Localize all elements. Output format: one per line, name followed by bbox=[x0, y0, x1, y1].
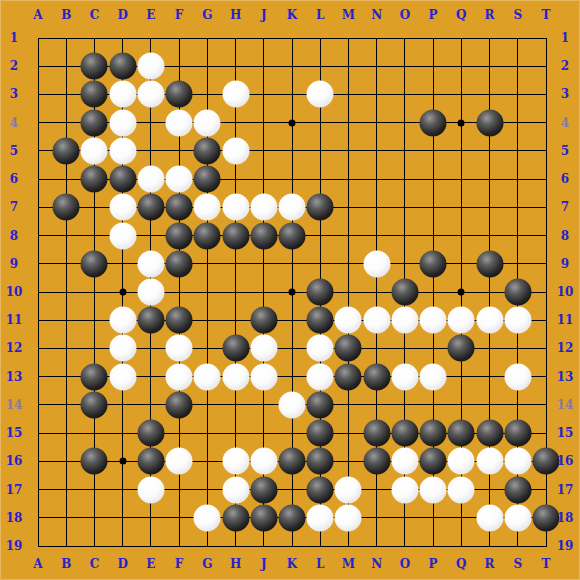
black-stone bbox=[81, 448, 108, 475]
white-stone bbox=[476, 448, 503, 475]
column-label-top: K bbox=[287, 9, 297, 21]
column-label-top: T bbox=[542, 9, 551, 21]
black-stone bbox=[391, 420, 418, 447]
column-label-top: P bbox=[429, 9, 438, 21]
star-point bbox=[458, 119, 465, 126]
column-label-bottom: S bbox=[513, 558, 522, 570]
black-stone bbox=[166, 222, 193, 249]
black-stone bbox=[391, 279, 418, 306]
column-label-bottom: H bbox=[230, 558, 241, 570]
row-label-left: 11 bbox=[6, 314, 23, 326]
column-label-bottom: R bbox=[485, 558, 495, 570]
black-stone bbox=[53, 194, 80, 221]
black-stone bbox=[222, 222, 249, 249]
black-stone bbox=[448, 335, 475, 362]
black-stone bbox=[81, 109, 108, 136]
star-point bbox=[289, 289, 296, 296]
white-stone bbox=[109, 137, 136, 164]
column-label-top: B bbox=[61, 9, 71, 21]
white-stone bbox=[420, 476, 447, 503]
column-label-top: G bbox=[202, 9, 212, 21]
row-label-right: 12 bbox=[557, 342, 574, 354]
black-stone bbox=[166, 81, 193, 108]
row-label-right: 6 bbox=[561, 173, 569, 185]
white-stone bbox=[391, 476, 418, 503]
grid-line-horizontal bbox=[38, 546, 547, 547]
white-stone bbox=[363, 307, 390, 334]
white-stone bbox=[250, 335, 277, 362]
black-stone bbox=[194, 166, 221, 193]
black-stone bbox=[222, 504, 249, 531]
black-stone bbox=[420, 420, 447, 447]
white-stone bbox=[504, 363, 531, 390]
column-label-bottom: T bbox=[542, 558, 551, 570]
white-stone bbox=[504, 504, 531, 531]
white-stone bbox=[307, 81, 334, 108]
row-label-left: 18 bbox=[6, 512, 23, 524]
black-stone bbox=[194, 222, 221, 249]
black-stone bbox=[250, 504, 277, 531]
black-stone bbox=[166, 391, 193, 418]
white-stone bbox=[137, 53, 164, 80]
black-stone bbox=[222, 335, 249, 362]
white-stone bbox=[137, 250, 164, 277]
white-stone bbox=[109, 222, 136, 249]
black-stone bbox=[504, 476, 531, 503]
white-stone bbox=[137, 279, 164, 306]
black-stone bbox=[109, 53, 136, 80]
white-stone bbox=[335, 307, 362, 334]
grid-line-vertical bbox=[348, 38, 349, 547]
row-label-right: 16 bbox=[557, 455, 574, 467]
black-stone bbox=[307, 420, 334, 447]
black-stone bbox=[166, 250, 193, 277]
white-stone bbox=[250, 194, 277, 221]
row-label-right: 15 bbox=[557, 427, 574, 439]
row-label-right: 9 bbox=[561, 258, 569, 270]
black-stone bbox=[363, 420, 390, 447]
white-stone bbox=[250, 363, 277, 390]
row-label-right: 7 bbox=[561, 201, 569, 213]
white-stone bbox=[166, 448, 193, 475]
black-stone bbox=[363, 448, 390, 475]
black-stone bbox=[504, 279, 531, 306]
black-stone bbox=[53, 137, 80, 164]
column-label-bottom: N bbox=[371, 558, 382, 570]
column-label-top: E bbox=[146, 9, 155, 21]
white-stone bbox=[504, 307, 531, 334]
black-stone bbox=[476, 420, 503, 447]
white-stone bbox=[420, 307, 447, 334]
column-label-bottom: G bbox=[202, 558, 212, 570]
white-stone bbox=[448, 307, 475, 334]
star-point bbox=[458, 289, 465, 296]
row-label-right: 11 bbox=[557, 314, 574, 326]
black-stone bbox=[307, 279, 334, 306]
black-stone bbox=[335, 363, 362, 390]
white-stone bbox=[476, 307, 503, 334]
column-label-bottom: M bbox=[342, 558, 355, 570]
white-stone bbox=[420, 363, 447, 390]
black-stone bbox=[81, 363, 108, 390]
black-stone bbox=[533, 448, 560, 475]
row-label-left: 10 bbox=[6, 286, 23, 298]
white-stone bbox=[448, 476, 475, 503]
star-point bbox=[119, 458, 126, 465]
black-stone bbox=[476, 250, 503, 277]
white-stone bbox=[137, 166, 164, 193]
white-stone bbox=[194, 363, 221, 390]
row-label-right: 1 bbox=[561, 32, 569, 44]
star-point bbox=[119, 289, 126, 296]
black-stone bbox=[250, 307, 277, 334]
row-label-right: 3 bbox=[561, 88, 569, 100]
black-stone bbox=[279, 504, 306, 531]
black-stone bbox=[81, 166, 108, 193]
column-label-top: J bbox=[261, 9, 267, 21]
black-stone bbox=[137, 194, 164, 221]
white-stone bbox=[391, 363, 418, 390]
black-stone bbox=[81, 250, 108, 277]
row-label-right: 4 bbox=[561, 117, 569, 129]
black-stone bbox=[166, 307, 193, 334]
white-stone bbox=[307, 363, 334, 390]
white-stone bbox=[194, 504, 221, 531]
black-stone bbox=[420, 109, 447, 136]
go-app: AABBCCDDEEFFGGHHJJKKLLMMNNOOPPQQRRSSTT11… bbox=[0, 0, 580, 580]
white-stone bbox=[222, 137, 249, 164]
row-label-left: 6 bbox=[10, 173, 18, 185]
white-stone bbox=[222, 363, 249, 390]
white-stone bbox=[448, 448, 475, 475]
row-label-right: 2 bbox=[561, 60, 569, 72]
white-stone bbox=[307, 335, 334, 362]
white-stone bbox=[504, 448, 531, 475]
row-label-right: 17 bbox=[557, 484, 574, 496]
white-stone bbox=[81, 137, 108, 164]
row-label-left: 4 bbox=[10, 117, 18, 129]
column-label-bottom: Q bbox=[456, 558, 466, 570]
white-stone bbox=[222, 476, 249, 503]
row-label-right: 13 bbox=[557, 371, 574, 383]
column-label-bottom: L bbox=[316, 558, 324, 570]
column-label-top: M bbox=[342, 9, 355, 21]
black-stone bbox=[307, 391, 334, 418]
white-stone bbox=[166, 335, 193, 362]
white-stone bbox=[109, 81, 136, 108]
white-stone bbox=[194, 109, 221, 136]
black-stone bbox=[533, 504, 560, 531]
black-stone bbox=[420, 250, 447, 277]
white-stone bbox=[109, 194, 136, 221]
white-stone bbox=[222, 81, 249, 108]
column-label-bottom: A bbox=[33, 558, 42, 570]
row-label-left: 7 bbox=[10, 201, 18, 213]
row-label-left: 12 bbox=[6, 342, 23, 354]
white-stone bbox=[335, 476, 362, 503]
column-label-top: L bbox=[316, 9, 324, 21]
white-stone bbox=[279, 194, 306, 221]
row-label-left: 19 bbox=[6, 540, 23, 552]
column-label-bottom: E bbox=[146, 558, 155, 570]
column-label-top: Q bbox=[456, 9, 466, 21]
black-stone bbox=[307, 194, 334, 221]
column-label-bottom: P bbox=[429, 558, 438, 570]
grid-line-horizontal bbox=[38, 38, 547, 39]
white-stone bbox=[109, 307, 136, 334]
black-stone bbox=[137, 307, 164, 334]
row-label-left: 15 bbox=[6, 427, 23, 439]
column-label-top: D bbox=[117, 9, 127, 21]
row-label-right: 10 bbox=[557, 286, 574, 298]
column-label-bottom: K bbox=[287, 558, 297, 570]
grid-line-vertical bbox=[38, 38, 39, 547]
column-label-bottom: J bbox=[261, 558, 267, 570]
black-stone bbox=[448, 420, 475, 447]
black-stone bbox=[250, 476, 277, 503]
black-stone bbox=[194, 137, 221, 164]
white-stone bbox=[222, 448, 249, 475]
white-stone bbox=[391, 307, 418, 334]
black-stone bbox=[420, 448, 447, 475]
column-label-top: N bbox=[371, 9, 382, 21]
row-label-left: 3 bbox=[10, 88, 18, 100]
black-stone bbox=[363, 363, 390, 390]
white-stone bbox=[250, 448, 277, 475]
black-stone bbox=[81, 81, 108, 108]
row-label-left: 5 bbox=[10, 145, 18, 157]
white-stone bbox=[109, 363, 136, 390]
column-label-top: R bbox=[485, 9, 495, 21]
black-stone bbox=[476, 109, 503, 136]
row-label-right: 18 bbox=[557, 512, 574, 524]
column-label-top: A bbox=[33, 9, 42, 21]
black-stone bbox=[279, 448, 306, 475]
black-stone bbox=[166, 194, 193, 221]
white-stone bbox=[363, 250, 390, 277]
row-label-left: 8 bbox=[10, 230, 18, 242]
column-label-top: O bbox=[400, 9, 410, 21]
black-stone bbox=[307, 307, 334, 334]
black-stone bbox=[307, 476, 334, 503]
white-stone bbox=[166, 166, 193, 193]
row-label-left: 1 bbox=[10, 32, 18, 44]
row-label-right: 14 bbox=[557, 399, 574, 411]
column-label-top: C bbox=[90, 9, 100, 21]
white-stone bbox=[137, 81, 164, 108]
black-stone bbox=[137, 448, 164, 475]
row-label-right: 5 bbox=[561, 145, 569, 157]
column-label-top: F bbox=[175, 9, 184, 21]
black-stone bbox=[137, 420, 164, 447]
white-stone bbox=[194, 194, 221, 221]
black-stone bbox=[335, 335, 362, 362]
black-stone bbox=[81, 53, 108, 80]
white-stone bbox=[335, 504, 362, 531]
column-label-bottom: F bbox=[175, 558, 184, 570]
row-label-left: 2 bbox=[10, 60, 18, 72]
white-stone bbox=[166, 363, 193, 390]
black-stone bbox=[81, 391, 108, 418]
row-label-left: 14 bbox=[6, 399, 23, 411]
white-stone bbox=[222, 194, 249, 221]
white-stone bbox=[109, 109, 136, 136]
column-label-top: S bbox=[513, 9, 522, 21]
column-label-bottom: D bbox=[117, 558, 127, 570]
row-label-left: 16 bbox=[6, 455, 23, 467]
grid-line-horizontal bbox=[38, 263, 547, 264]
white-stone bbox=[279, 391, 306, 418]
row-label-right: 8 bbox=[561, 230, 569, 242]
black-stone bbox=[109, 166, 136, 193]
black-stone bbox=[504, 420, 531, 447]
column-label-bottom: B bbox=[61, 558, 71, 570]
white-stone bbox=[137, 476, 164, 503]
row-label-left: 13 bbox=[6, 371, 23, 383]
column-label-top: H bbox=[230, 9, 241, 21]
white-stone bbox=[109, 335, 136, 362]
column-label-bottom: O bbox=[400, 558, 410, 570]
row-label-left: 17 bbox=[6, 484, 23, 496]
grid-line-vertical bbox=[66, 38, 67, 547]
white-stone bbox=[476, 504, 503, 531]
white-stone bbox=[391, 448, 418, 475]
white-stone bbox=[166, 109, 193, 136]
black-stone bbox=[279, 222, 306, 249]
column-label-bottom: C bbox=[90, 558, 100, 570]
row-label-left: 9 bbox=[10, 258, 18, 270]
black-stone bbox=[250, 222, 277, 249]
black-stone bbox=[307, 448, 334, 475]
star-point bbox=[289, 119, 296, 126]
row-label-right: 19 bbox=[557, 540, 574, 552]
white-stone bbox=[307, 504, 334, 531]
